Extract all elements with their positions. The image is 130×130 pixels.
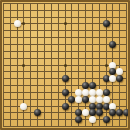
white-stone-P6 bbox=[96, 89, 103, 96]
grid-line-horizontal bbox=[3, 85, 127, 86]
grid-line-horizontal bbox=[3, 30, 127, 31]
black-stone-N5 bbox=[82, 96, 89, 103]
black-stone-O7 bbox=[89, 82, 96, 89]
black-stone-Q6 bbox=[103, 89, 110, 96]
grid-line-horizontal bbox=[3, 51, 127, 52]
hoshi-star-point bbox=[64, 22, 67, 25]
grid-line-horizontal bbox=[3, 17, 127, 18]
black-stone-F3 bbox=[34, 109, 41, 116]
grid-line-vertical bbox=[3, 3, 4, 127]
grid-line-horizontal bbox=[3, 3, 127, 4]
black-stone-Q2 bbox=[103, 116, 110, 123]
grid-line-vertical bbox=[44, 3, 45, 127]
white-stone-C16 bbox=[14, 20, 21, 27]
black-stone-P3 bbox=[96, 109, 103, 116]
grid-line-vertical bbox=[10, 3, 11, 127]
white-stone-Q5 bbox=[103, 96, 110, 103]
grid-line-vertical bbox=[71, 3, 72, 127]
grid-line-vertical bbox=[30, 3, 31, 127]
go-board[interactable] bbox=[0, 0, 130, 130]
white-stone-O2 bbox=[89, 116, 96, 123]
black-stone-T3 bbox=[123, 109, 130, 116]
black-stone-K6 bbox=[62, 89, 69, 96]
grid-line-vertical bbox=[58, 3, 59, 127]
black-stone-K4 bbox=[62, 103, 69, 110]
grid-line-horizontal bbox=[3, 37, 127, 38]
grid-line-horizontal bbox=[3, 10, 127, 11]
white-stone-D4 bbox=[20, 103, 27, 110]
white-stone-P5 bbox=[96, 96, 103, 103]
hoshi-star-point bbox=[64, 64, 67, 67]
black-stone-R13 bbox=[109, 41, 116, 48]
grid-line-horizontal bbox=[3, 58, 127, 59]
hoshi-star-point bbox=[22, 22, 25, 25]
white-stone-O5 bbox=[89, 96, 96, 103]
white-stone-N6 bbox=[82, 89, 89, 96]
grid-line-horizontal bbox=[3, 126, 127, 127]
black-stone-K8 bbox=[62, 75, 69, 82]
white-stone-N3 bbox=[82, 109, 89, 116]
hoshi-star-point bbox=[105, 64, 108, 67]
black-stone-S8 bbox=[116, 75, 123, 82]
black-stone-N7 bbox=[82, 82, 89, 89]
hoshi-star-point bbox=[22, 64, 25, 67]
black-stone-Q16 bbox=[103, 20, 110, 27]
grid-line-vertical bbox=[51, 3, 52, 127]
white-stone-O6 bbox=[89, 89, 96, 96]
black-stone-M2 bbox=[75, 116, 82, 123]
go-app bbox=[0, 0, 130, 130]
